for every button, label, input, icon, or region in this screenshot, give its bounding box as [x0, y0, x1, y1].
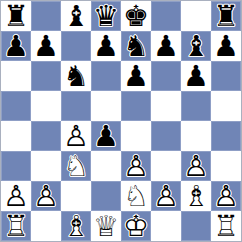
- square-e6[interactable]: ♟♟: [121, 61, 151, 91]
- piece-white-queen[interactable]: ♛♕: [91, 211, 121, 241]
- piece-black-bishop[interactable]: ♝♝: [181, 31, 211, 61]
- piece-black-pawn[interactable]: ♟♟: [91, 31, 121, 61]
- square-h1[interactable]: ♜♖: [211, 211, 241, 241]
- piece-white-pawn[interactable]: ♟♙: [121, 151, 151, 181]
- piece-white-pawn[interactable]: ♟♙: [31, 181, 61, 211]
- square-c4[interactable]: ♟♙: [61, 121, 91, 151]
- piece-glyph: ♗: [183, 182, 209, 211]
- square-c3[interactable]: ♞♘: [61, 151, 91, 181]
- piece-glyph: ♝: [183, 32, 209, 61]
- square-b3[interactable]: [31, 151, 61, 181]
- square-e7[interactable]: ♞♞: [121, 31, 151, 61]
- piece-glyph: ♟: [93, 122, 119, 151]
- square-e2[interactable]: ♞♘: [121, 181, 151, 211]
- square-f2[interactable]: ♟♙: [151, 181, 181, 211]
- square-e3[interactable]: ♟♙: [121, 151, 151, 181]
- square-h5[interactable]: [211, 91, 241, 121]
- square-f6[interactable]: [151, 61, 181, 91]
- piece-black-pawn[interactable]: ♟♟: [181, 61, 211, 91]
- piece-white-bishop[interactable]: ♝♗: [181, 181, 211, 211]
- square-d2[interactable]: [91, 181, 121, 211]
- piece-white-knight[interactable]: ♞♘: [121, 181, 151, 211]
- piece-glyph: ♟: [153, 32, 179, 61]
- piece-black-pawn[interactable]: ♟♟: [31, 31, 61, 61]
- square-g7[interactable]: ♝♝: [181, 31, 211, 61]
- piece-glyph: ♙: [183, 152, 209, 181]
- square-d6[interactable]: [91, 61, 121, 91]
- square-d1[interactable]: ♛♕: [91, 211, 121, 241]
- piece-black-bishop[interactable]: ♝♝: [61, 1, 91, 31]
- piece-black-pawn[interactable]: ♟♟: [121, 61, 151, 91]
- piece-black-rook[interactable]: ♜♜: [211, 1, 241, 31]
- piece-black-knight[interactable]: ♞♞: [121, 31, 151, 61]
- piece-glyph: ♘: [123, 182, 149, 211]
- piece-white-bishop[interactable]: ♝♗: [61, 211, 91, 241]
- piece-white-pawn[interactable]: ♟♙: [1, 181, 31, 211]
- square-c5[interactable]: [61, 91, 91, 121]
- piece-glyph: ♜: [213, 2, 239, 31]
- square-g4[interactable]: [181, 121, 211, 151]
- square-a7[interactable]: ♟♟: [1, 31, 31, 61]
- square-d7[interactable]: ♟♟: [91, 31, 121, 61]
- square-c2[interactable]: [61, 181, 91, 211]
- square-d3[interactable]: [91, 151, 121, 181]
- square-d8[interactable]: ♛♛: [91, 1, 121, 31]
- piece-glyph: ♙: [123, 152, 149, 181]
- square-f8[interactable]: [151, 1, 181, 31]
- square-c7[interactable]: [61, 31, 91, 61]
- square-g8[interactable]: [181, 1, 211, 31]
- square-h7[interactable]: ♟♟: [211, 31, 241, 61]
- square-h3[interactable]: [211, 151, 241, 181]
- piece-black-knight[interactable]: ♞♞: [61, 61, 91, 91]
- piece-white-pawn[interactable]: ♟♙: [151, 181, 181, 211]
- square-a1[interactable]: ♜♖: [1, 211, 31, 241]
- square-f5[interactable]: [151, 91, 181, 121]
- piece-glyph: ♟: [33, 32, 59, 61]
- piece-glyph: ♙: [213, 182, 239, 211]
- piece-glyph: ♙: [33, 182, 59, 211]
- piece-glyph: ♖: [213, 212, 239, 241]
- piece-glyph: ♙: [153, 182, 179, 211]
- piece-white-knight[interactable]: ♞♘: [61, 151, 91, 181]
- piece-black-pawn[interactable]: ♟♟: [211, 31, 241, 61]
- piece-glyph: ♜: [3, 2, 29, 31]
- piece-glyph: ♗: [63, 212, 89, 241]
- piece-glyph: ♟: [183, 62, 209, 91]
- square-g1[interactable]: [181, 211, 211, 241]
- square-a4[interactable]: [1, 121, 31, 151]
- square-g5[interactable]: [181, 91, 211, 121]
- piece-black-king[interactable]: ♚♚: [121, 1, 151, 31]
- piece-black-rook[interactable]: ♜♜: [1, 1, 31, 31]
- square-h8[interactable]: ♜♜: [211, 1, 241, 31]
- square-g2[interactable]: ♝♗: [181, 181, 211, 211]
- square-h6[interactable]: [211, 61, 241, 91]
- piece-white-king[interactable]: ♚♔: [121, 211, 151, 241]
- square-c8[interactable]: ♝♝: [61, 1, 91, 31]
- piece-glyph: ♝: [63, 2, 89, 31]
- square-d4[interactable]: ♟♟: [91, 121, 121, 151]
- piece-black-queen[interactable]: ♛♛: [91, 1, 121, 31]
- square-g6[interactable]: ♟♟: [181, 61, 211, 91]
- piece-white-rook[interactable]: ♜♖: [1, 211, 31, 241]
- piece-glyph: ♟: [93, 32, 119, 61]
- square-e5[interactable]: [121, 91, 151, 121]
- square-b5[interactable]: [31, 91, 61, 121]
- square-g3[interactable]: ♟♙: [181, 151, 211, 181]
- square-b2[interactable]: ♟♙: [31, 181, 61, 211]
- piece-black-pawn[interactable]: ♟♟: [151, 31, 181, 61]
- square-b1[interactable]: [31, 211, 61, 241]
- square-f7[interactable]: ♟♟: [151, 31, 181, 61]
- square-a2[interactable]: ♟♙: [1, 181, 31, 211]
- square-f1[interactable]: [151, 211, 181, 241]
- square-a5[interactable]: [1, 91, 31, 121]
- chessboard-app: ♜♜♝♝♛♛♚♚♜♜♟♟♟♟♟♟♞♞♟♟♝♝♟♟♞♞♟♟♟♟♟♙♟♟♞♘♟♙♟♙…: [0, 0, 242, 242]
- piece-glyph: ♞: [123, 32, 149, 61]
- piece-glyph: ♕: [93, 212, 119, 241]
- piece-white-pawn[interactable]: ♟♙: [181, 151, 211, 181]
- piece-white-pawn[interactable]: ♟♙: [211, 181, 241, 211]
- square-a6[interactable]: [1, 61, 31, 91]
- square-b8[interactable]: [31, 1, 61, 31]
- piece-glyph: ♛: [93, 2, 119, 31]
- piece-glyph: ♔: [123, 212, 149, 241]
- piece-glyph: ♞: [63, 62, 89, 91]
- piece-black-pawn[interactable]: ♟♟: [91, 121, 121, 151]
- piece-glyph: ♙: [3, 182, 29, 211]
- piece-white-rook[interactable]: ♜♖: [211, 211, 241, 241]
- square-d5[interactable]: [91, 91, 121, 121]
- piece-white-pawn[interactable]: ♟♙: [61, 121, 91, 151]
- square-f3[interactable]: [151, 151, 181, 181]
- square-a3[interactable]: [1, 151, 31, 181]
- square-b4[interactable]: [31, 121, 61, 151]
- piece-black-pawn[interactable]: ♟♟: [1, 31, 31, 61]
- square-h4[interactable]: [211, 121, 241, 151]
- square-b7[interactable]: ♟♟: [31, 31, 61, 61]
- square-a8[interactable]: ♜♜: [1, 1, 31, 31]
- piece-glyph: ♖: [3, 212, 29, 241]
- square-h2[interactable]: ♟♙: [211, 181, 241, 211]
- piece-glyph: ♟: [3, 32, 29, 61]
- square-e8[interactable]: ♚♚: [121, 1, 151, 31]
- piece-glyph: ♟: [123, 62, 149, 91]
- piece-glyph: ♘: [63, 152, 89, 181]
- square-e1[interactable]: ♚♔: [121, 211, 151, 241]
- square-e4[interactable]: [121, 121, 151, 151]
- chess-board: ♜♜♝♝♛♛♚♚♜♜♟♟♟♟♟♟♞♞♟♟♝♝♟♟♞♞♟♟♟♟♟♙♟♟♞♘♟♙♟♙…: [0, 0, 242, 242]
- piece-glyph: ♚: [123, 2, 149, 31]
- piece-glyph: ♟: [213, 32, 239, 61]
- square-c6[interactable]: ♞♞: [61, 61, 91, 91]
- square-f4[interactable]: [151, 121, 181, 151]
- square-b6[interactable]: [31, 61, 61, 91]
- piece-glyph: ♙: [63, 122, 89, 151]
- square-c1[interactable]: ♝♗: [61, 211, 91, 241]
